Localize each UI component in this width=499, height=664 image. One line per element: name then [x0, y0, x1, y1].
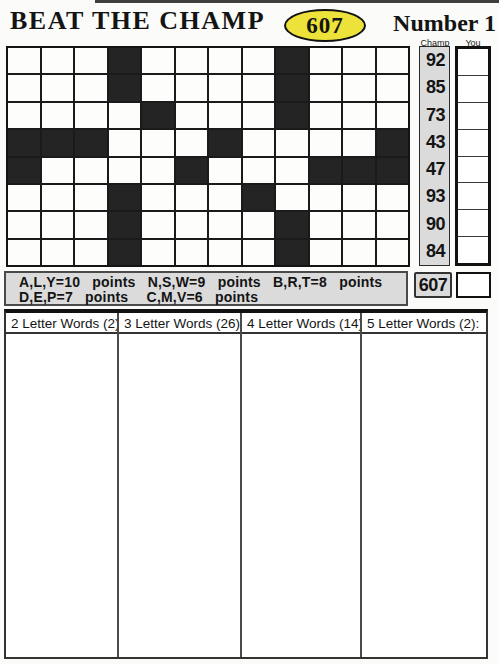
grid-cell[interactable]	[310, 103, 342, 128]
grid-cell-black	[142, 103, 174, 128]
champ-total-box: 607	[414, 272, 452, 298]
grid-cell[interactable]	[42, 75, 74, 100]
grid-cell[interactable]	[75, 185, 107, 210]
grid-cell-black	[8, 130, 40, 155]
grid-cell[interactable]	[8, 240, 40, 265]
grid-cell-black	[8, 158, 40, 183]
grid-cell[interactable]	[276, 185, 308, 210]
word-column-body[interactable]	[362, 334, 486, 657]
grid-cell[interactable]	[109, 158, 141, 183]
word-column-body[interactable]	[6, 334, 117, 657]
grid-cell[interactable]	[310, 240, 342, 265]
word-column-3-letter: 3 Letter Words (26):	[119, 313, 242, 657]
grid-cell-black	[377, 158, 409, 183]
you-score-column	[455, 46, 491, 266]
letter-points-legend: A,L,Y=10 points N,S,W=9 points B,R,T=8 p…	[4, 271, 408, 306]
grid-cell[interactable]	[176, 103, 208, 128]
grid-cell-black	[109, 75, 141, 100]
grid-cell[interactable]	[243, 130, 275, 155]
grid-cell[interactable]	[310, 75, 342, 100]
grid-cell[interactable]	[8, 75, 40, 100]
grid-cell[interactable]	[310, 48, 342, 73]
you-total-box[interactable]	[456, 272, 491, 298]
grid-cell[interactable]	[209, 48, 241, 73]
grid-cell[interactable]	[142, 185, 174, 210]
grid-cell[interactable]	[42, 212, 74, 237]
grid-cell[interactable]	[8, 48, 40, 73]
grid-cell-black	[310, 158, 342, 183]
word-column-header: 3 Letter Words (26):	[119, 313, 240, 334]
grid-cell[interactable]	[176, 48, 208, 73]
grid-cell[interactable]	[343, 240, 375, 265]
grid-cell[interactable]	[8, 103, 40, 128]
grid-cell[interactable]	[377, 240, 409, 265]
grid-cell[interactable]	[42, 240, 74, 265]
grid-cell[interactable]	[377, 212, 409, 237]
grid-cell[interactable]	[243, 212, 275, 237]
grid-cell[interactable]	[276, 130, 308, 155]
you-score-cell[interactable]	[458, 49, 488, 75]
grid-cell-black	[276, 48, 308, 73]
grid-cell[interactable]	[276, 158, 308, 183]
champ-total-value: 607	[419, 275, 448, 296]
champ-score-value: 43	[420, 129, 449, 156]
grid-cell[interactable]	[243, 158, 275, 183]
grid-cell-black	[276, 75, 308, 100]
grid-cell-black	[209, 130, 241, 155]
champ-total-badge: 607	[284, 9, 366, 42]
champ-score-value: 73	[420, 102, 449, 129]
grid-cell-black	[109, 240, 141, 265]
grid-cell[interactable]	[343, 185, 375, 210]
puzzle-number-title: Number 1	[372, 10, 496, 37]
you-score-cell[interactable]	[458, 129, 488, 156]
grid-cell[interactable]	[75, 158, 107, 183]
champ-score-column: 9285734347939084	[419, 46, 450, 266]
grid-cell-black	[42, 130, 74, 155]
grid-cell[interactable]	[142, 212, 174, 237]
grid-cell[interactable]	[176, 240, 208, 265]
grid-cell[interactable]	[42, 48, 74, 73]
grid-cell[interactable]	[42, 103, 74, 128]
puzzle-grid	[6, 46, 410, 267]
page-title: BEAT THE CHAMP	[10, 6, 265, 36]
grid-cell[interactable]	[176, 185, 208, 210]
grid-cell[interactable]	[209, 103, 241, 128]
grid-cell[interactable]	[343, 103, 375, 128]
you-score-cell[interactable]	[458, 209, 488, 236]
champ-score-value: 90	[420, 211, 449, 238]
grid-cell[interactable]	[243, 48, 275, 73]
word-column-2-letter: 2 Letter Words (2):	[6, 313, 119, 657]
grid-cell[interactable]	[343, 212, 375, 237]
grid-cell[interactable]	[75, 75, 107, 100]
grid-cell[interactable]	[243, 103, 275, 128]
grid-cell[interactable]	[343, 75, 375, 100]
grid-cell-black	[243, 185, 275, 210]
scan-edge-artifact	[95, 0, 499, 3]
grid-cell-black	[343, 158, 375, 183]
grid-cell[interactable]	[109, 130, 141, 155]
word-table: 2 Letter Words (2):3 Letter Words (26):4…	[4, 309, 488, 659]
grid-cell[interactable]	[377, 75, 409, 100]
grid-cell[interactable]	[243, 240, 275, 265]
word-column-4-letter: 4 Letter Words (14):	[242, 313, 362, 657]
word-column-header: 2 Letter Words (2):	[6, 313, 117, 334]
grid-cell[interactable]	[343, 48, 375, 73]
word-column-body[interactable]	[242, 334, 360, 657]
grid-cell-black	[176, 158, 208, 183]
legend-line-1: A,L,Y=10 points N,S,W=9 points B,R,T=8 p…	[19, 275, 406, 290]
grid-cell[interactable]	[310, 130, 342, 155]
grid-cell[interactable]	[176, 75, 208, 100]
grid-cell-black	[276, 103, 308, 128]
grid-cell[interactable]	[310, 212, 342, 237]
grid-cell[interactable]	[377, 48, 409, 73]
you-score-cell[interactable]	[458, 182, 488, 209]
champ-score-value: 47	[420, 156, 449, 183]
grid-cell[interactable]	[209, 158, 241, 183]
you-score-cell[interactable]	[458, 236, 488, 263]
grid-cell[interactable]	[209, 185, 241, 210]
grid-cell[interactable]	[142, 158, 174, 183]
grid-cell[interactable]	[209, 75, 241, 100]
grid-cell-black	[276, 212, 308, 237]
word-column-header: 4 Letter Words (14):	[242, 313, 360, 334]
grid-cell[interactable]	[75, 48, 107, 73]
champ-score-value: 84	[420, 238, 449, 265]
grid-cell-black	[109, 185, 141, 210]
grid-cell-black	[377, 130, 409, 155]
grid-cell[interactable]	[42, 158, 74, 183]
word-column-5-letter: 5 Letter Words (2):	[362, 313, 486, 657]
grid-cell[interactable]	[310, 185, 342, 210]
grid-cell[interactable]	[142, 240, 174, 265]
grid-cell[interactable]	[176, 130, 208, 155]
grid-cell[interactable]	[42, 185, 74, 210]
grid-cell[interactable]	[109, 103, 141, 128]
champ-score-value: 93	[420, 183, 449, 210]
grid-cell[interactable]	[243, 75, 275, 100]
grid-cell[interactable]	[343, 130, 375, 155]
champ-score-value: 92	[420, 47, 449, 74]
champ-total-badge-value: 607	[306, 13, 344, 39]
word-column-body[interactable]	[119, 334, 240, 657]
champ-score-value: 85	[420, 74, 449, 101]
grid-cell[interactable]	[75, 103, 107, 128]
grid-cell[interactable]	[377, 185, 409, 210]
you-score-cell[interactable]	[458, 102, 488, 129]
legend-line-2: D,E,P=7 points C,M,V=6 points	[19, 290, 406, 305]
grid-cell[interactable]	[8, 185, 40, 210]
grid-cell[interactable]	[209, 240, 241, 265]
grid-cell[interactable]	[142, 130, 174, 155]
grid-cell[interactable]	[8, 212, 40, 237]
word-column-header: 5 Letter Words (2):	[362, 313, 486, 334]
grid-cell-black	[276, 240, 308, 265]
grid-cell-black	[109, 48, 141, 73]
grid-cell[interactable]	[176, 212, 208, 237]
grid-cell-black	[75, 130, 107, 155]
grid-cell[interactable]	[75, 212, 107, 237]
you-score-cell[interactable]	[458, 75, 488, 102]
grid-cell-black	[109, 212, 141, 237]
grid-cell[interactable]	[377, 103, 409, 128]
grid-cell[interactable]	[209, 212, 241, 237]
you-score-cell[interactable]	[458, 156, 488, 183]
grid-cell[interactable]	[142, 75, 174, 100]
grid-cell[interactable]	[142, 48, 174, 73]
grid-cell[interactable]	[75, 240, 107, 265]
